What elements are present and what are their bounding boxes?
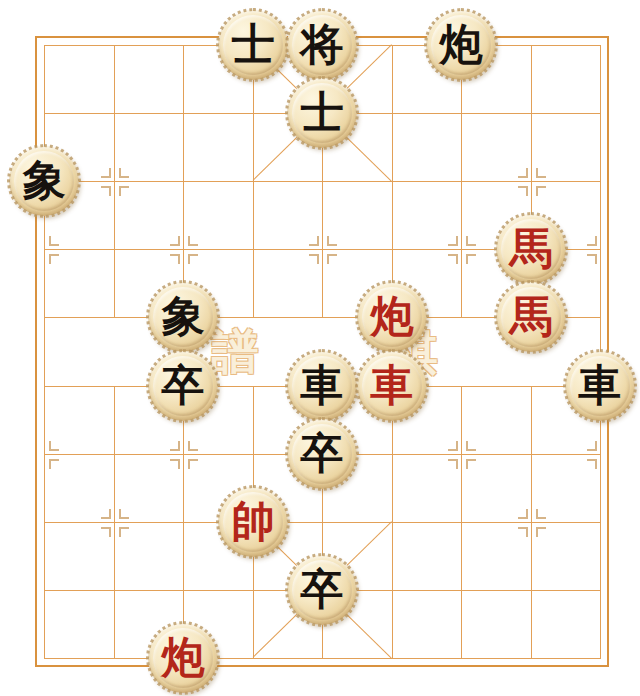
piece-glyph: 炮 (440, 23, 483, 66)
grid-line-file (531, 386, 532, 659)
piece-glyph: 炮 (371, 295, 414, 338)
grid-line-file (461, 45, 462, 318)
point-marker (587, 254, 597, 264)
piece-glyph: 炮 (162, 636, 205, 679)
piece-black-general[interactable]: 将 (287, 10, 357, 80)
piece-red-horse[interactable]: 馬 (496, 214, 566, 284)
piece-glyph: 卒 (162, 364, 205, 407)
point-marker (518, 509, 528, 519)
point-marker (188, 459, 198, 469)
point-marker (119, 186, 129, 196)
piece-glyph: 将 (301, 23, 344, 66)
piece-glyph: 車 (579, 364, 622, 407)
point-marker (466, 254, 476, 264)
point-marker (466, 459, 476, 469)
piece-glyph: 馬 (510, 295, 553, 338)
point-marker (448, 254, 458, 264)
grid-line-file (183, 45, 184, 318)
piece-black-advisor[interactable]: 士 (287, 78, 357, 148)
point-marker (518, 527, 528, 537)
piece-black-elephant[interactable]: 象 (148, 282, 218, 352)
point-marker (518, 186, 528, 196)
point-marker (448, 459, 458, 469)
piece-black-advisor[interactable]: 士 (218, 10, 288, 80)
point-marker (309, 254, 319, 264)
point-marker (101, 527, 111, 537)
piece-glyph: 馬 (510, 227, 553, 270)
point-marker (101, 509, 111, 519)
point-marker (49, 459, 59, 469)
grid-line-file (183, 386, 184, 659)
point-marker (448, 441, 458, 451)
piece-red-cannon[interactable]: 炮 (357, 282, 427, 352)
point-marker (536, 168, 546, 178)
piece-glyph: 車 (371, 364, 414, 407)
grid-line-file (253, 45, 254, 318)
grid-line-file (114, 45, 115, 318)
point-marker (188, 254, 198, 264)
grid-line-file (392, 45, 393, 318)
point-marker (119, 168, 129, 178)
piece-red-chariot[interactable]: 車 (357, 351, 427, 421)
piece-black-soldier[interactable]: 卒 (287, 419, 357, 489)
grid-line-file (114, 386, 115, 659)
piece-black-soldier[interactable]: 卒 (287, 555, 357, 625)
point-marker (536, 186, 546, 196)
piece-glyph: 卒 (301, 568, 344, 611)
piece-glyph: 卒 (301, 432, 344, 475)
point-marker (101, 168, 111, 178)
point-marker (49, 254, 59, 264)
piece-black-chariot[interactable]: 車 (565, 351, 635, 421)
piece-red-general[interactable]: 帥 (218, 487, 288, 557)
point-marker (170, 459, 180, 469)
piece-black-chariot[interactable]: 車 (287, 351, 357, 421)
point-marker (101, 186, 111, 196)
xiangqi-board[interactable]: 譜棋士将炮士象馬象炮馬卒車車車卒帥卒炮 (0, 0, 640, 696)
watermark-char: 譜 (212, 328, 259, 375)
point-marker (536, 509, 546, 519)
piece-black-soldier[interactable]: 卒 (148, 351, 218, 421)
point-marker (587, 236, 597, 246)
piece-glyph: 士 (232, 23, 275, 66)
piece-black-elephant[interactable]: 象 (9, 146, 79, 216)
point-marker (327, 236, 337, 246)
point-marker (309, 236, 319, 246)
piece-glyph: 象 (162, 295, 205, 338)
point-marker (170, 254, 180, 264)
piece-red-cannon[interactable]: 炮 (148, 623, 218, 693)
grid-line-file (461, 386, 462, 659)
point-marker (536, 527, 546, 537)
grid-line-file (392, 386, 393, 659)
point-marker (466, 441, 476, 451)
point-marker (327, 254, 337, 264)
piece-black-cannon[interactable]: 炮 (426, 10, 496, 80)
point-marker (170, 236, 180, 246)
piece-glyph: 帥 (232, 500, 275, 543)
piece-glyph: 士 (301, 91, 344, 134)
point-marker (119, 509, 129, 519)
point-marker (119, 527, 129, 537)
point-marker (49, 236, 59, 246)
point-marker (587, 441, 597, 451)
point-marker (49, 441, 59, 451)
piece-red-horse[interactable]: 馬 (496, 282, 566, 352)
point-marker (188, 441, 198, 451)
point-marker (587, 459, 597, 469)
point-marker (170, 441, 180, 451)
point-marker (188, 236, 198, 246)
point-marker (518, 168, 528, 178)
piece-glyph: 象 (23, 159, 66, 202)
point-marker (466, 236, 476, 246)
xiangqi-app: 譜棋士将炮士象馬象炮馬卒車車車卒帥卒炮 (0, 0, 640, 696)
point-marker (448, 236, 458, 246)
piece-glyph: 車 (301, 364, 344, 407)
grid-line-file (44, 45, 45, 659)
